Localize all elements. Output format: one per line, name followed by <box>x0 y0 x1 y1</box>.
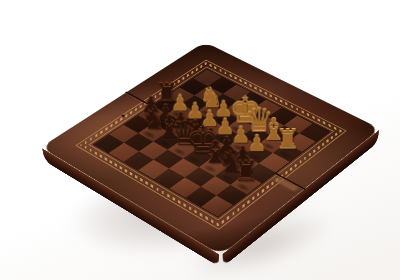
scene: ♞♟♚♛♝♜♜♟♟♟♟♟♟♟♟♟♟♟♟♟♞♝♛♚♝♞♜ <box>0 0 400 280</box>
board-top-surface: ♞♟♚♛♝♜♜♟♟♟♟♟♟♟♟♟♟♟♟♟♞♝♛♚♝♞♜ <box>41 42 380 255</box>
photo-canvas: ♞♟♚♛♝♜♜♟♟♟♟♟♟♟♟♟♟♟♟♟♞♝♛♚♝♞♜ <box>0 0 400 280</box>
chess-board: ♞♟♚♛♝♜♜♟♟♟♟♟♟♟♟♟♟♟♟♟♞♝♛♚♝♞♜ <box>41 42 380 255</box>
